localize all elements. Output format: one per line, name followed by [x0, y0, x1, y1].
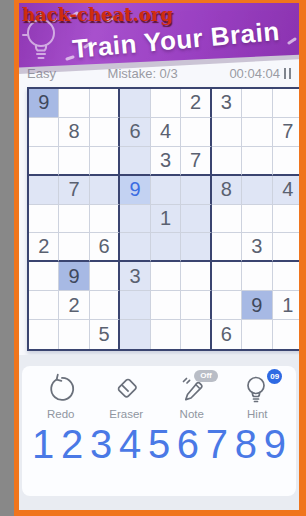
cell-r8c4[interactable] — [120, 291, 150, 320]
cell-r7c5[interactable] — [151, 262, 181, 291]
cell-r5c4[interactable] — [120, 205, 150, 234]
cell-r3c5[interactable]: 3 — [151, 147, 181, 176]
cell-r9c6[interactable] — [181, 320, 211, 349]
cell-r2c5[interactable]: 4 — [151, 118, 181, 147]
cell-r8c1[interactable] — [29, 291, 59, 320]
cell-r8c7[interactable] — [212, 291, 242, 320]
cell-r5c6[interactable] — [181, 205, 211, 234]
cell-r9c5[interactable] — [151, 320, 181, 349]
controls-card: Redo Eraser — [22, 366, 296, 496]
cell-r4c3[interactable] — [90, 176, 120, 205]
cell-r2c6[interactable] — [181, 118, 211, 147]
redo-label: Redo — [47, 408, 75, 420]
cell-r6c5[interactable] — [151, 233, 181, 262]
timer: 00:04:04 — [229, 66, 291, 81]
cell-r4c5[interactable] — [151, 176, 181, 205]
cell-r9c7[interactable]: 6 — [212, 320, 242, 349]
numpad-8[interactable]: 8 — [235, 422, 257, 467]
cell-r9c9[interactable] — [273, 320, 303, 349]
cell-r3c4[interactable] — [120, 147, 150, 176]
cell-r9c2[interactable] — [59, 320, 89, 349]
cell-r7c1[interactable] — [29, 262, 59, 291]
cell-r9c1[interactable] — [29, 320, 59, 349]
sudoku-grid: 923864737798412639329156 — [27, 87, 305, 351]
numpad-2[interactable]: 2 — [61, 422, 83, 467]
redo-icon — [44, 373, 78, 405]
cell-r7c2[interactable]: 9 — [59, 262, 89, 291]
cell-r1c7[interactable]: 3 — [212, 89, 242, 118]
cell-r7c9[interactable] — [273, 262, 303, 291]
eraser-icon — [109, 373, 143, 405]
cell-r3c3[interactable] — [90, 147, 120, 176]
cell-r8c2[interactable]: 2 — [59, 291, 89, 320]
cell-r4c2[interactable]: 7 — [59, 176, 89, 205]
numpad: 123456789 — [22, 420, 296, 467]
cell-r6c7[interactable] — [212, 233, 242, 262]
hint-label: Hint — [247, 408, 267, 420]
cell-r2c7[interactable] — [212, 118, 242, 147]
cell-r5c8[interactable] — [242, 205, 272, 234]
cell-r3c7[interactable] — [212, 147, 242, 176]
numpad-6[interactable]: 6 — [177, 422, 199, 467]
cell-r1c9[interactable] — [273, 89, 303, 118]
cell-r6c2[interactable] — [59, 233, 89, 262]
cell-r3c8[interactable] — [242, 147, 272, 176]
cell-r5c9[interactable] — [273, 205, 303, 234]
toolbar: Redo Eraser — [22, 366, 296, 420]
note-label: Note — [180, 408, 204, 420]
cell-r5c3[interactable] — [90, 205, 120, 234]
cell-r7c8[interactable] — [242, 262, 272, 291]
cell-r7c4[interactable]: 3 — [120, 262, 150, 291]
numpad-7[interactable]: 7 — [206, 422, 228, 467]
app-window: Train Your Brain hack-cheat.org Easy Mis… — [14, 0, 306, 516]
cell-r4c9[interactable]: 4 — [273, 176, 303, 205]
note-off-badge: Off — [194, 370, 218, 382]
hint-button[interactable]: 09 Hint — [229, 373, 285, 420]
cell-r3c6[interactable]: 7 — [181, 147, 211, 176]
cell-r6c9[interactable] — [273, 233, 303, 262]
cell-r8c5[interactable] — [151, 291, 181, 320]
eraser-button[interactable]: Eraser — [98, 373, 154, 420]
cell-r1c1[interactable]: 9 — [29, 89, 59, 118]
cell-r8c6[interactable] — [181, 291, 211, 320]
numpad-5[interactable]: 5 — [148, 422, 170, 467]
cell-r1c2[interactable] — [59, 89, 89, 118]
cell-r6c4[interactable] — [120, 233, 150, 262]
numpad-4[interactable]: 4 — [119, 422, 141, 467]
cell-r5c7[interactable] — [212, 205, 242, 234]
cell-r2c8[interactable] — [242, 118, 272, 147]
watermark: hack-cheat.org — [22, 4, 173, 25]
cell-r4c4[interactable]: 9 — [120, 176, 150, 205]
timer-value: 00:04:04 — [229, 66, 280, 81]
cell-r2c3[interactable] — [90, 118, 120, 147]
cell-r1c6[interactable]: 2 — [181, 89, 211, 118]
cell-r4c6[interactable] — [181, 176, 211, 205]
cell-r4c1[interactable] — [29, 176, 59, 205]
cell-r5c1[interactable] — [29, 205, 59, 234]
redo-button[interactable]: Redo — [33, 373, 89, 420]
cell-r6c1[interactable]: 2 — [29, 233, 59, 262]
cell-r3c1[interactable] — [29, 147, 59, 176]
cell-r3c2[interactable] — [59, 147, 89, 176]
cell-r6c8[interactable]: 3 — [242, 233, 272, 262]
cell-r9c8[interactable] — [242, 320, 272, 349]
cell-r1c5[interactable] — [151, 89, 181, 118]
cell-r1c3[interactable] — [90, 89, 120, 118]
cell-r2c2[interactable]: 8 — [59, 118, 89, 147]
cell-r4c8[interactable] — [242, 176, 272, 205]
hint-count-badge: 09 — [267, 369, 282, 384]
cell-r4c7[interactable]: 8 — [212, 176, 242, 205]
cell-r2c4[interactable]: 6 — [120, 118, 150, 147]
cell-r9c3[interactable]: 5 — [90, 320, 120, 349]
cell-r7c6[interactable] — [181, 262, 211, 291]
cell-r2c1[interactable] — [29, 118, 59, 147]
cell-r6c3[interactable]: 6 — [90, 233, 120, 262]
bottom-panel: Redo Eraser — [19, 355, 299, 510]
eraser-label: Eraser — [109, 408, 143, 420]
note-button[interactable]: Off Note — [164, 373, 220, 420]
cell-r1c4[interactable] — [120, 89, 150, 118]
numpad-1[interactable]: 1 — [32, 422, 54, 467]
cell-r3c9[interactable] — [273, 147, 303, 176]
cell-r8c9[interactable]: 1 — [273, 291, 303, 320]
pause-icon[interactable] — [284, 68, 291, 79]
cell-r5c5[interactable]: 1 — [151, 205, 181, 234]
cell-r9c4[interactable] — [120, 320, 150, 349]
cell-r8c3[interactable] — [90, 291, 120, 320]
cell-r2c9[interactable]: 7 — [273, 118, 303, 147]
cell-r7c7[interactable] — [212, 262, 242, 291]
cell-r7c3[interactable] — [90, 262, 120, 291]
cell-r1c8[interactable] — [242, 89, 272, 118]
cell-r6c6[interactable] — [181, 233, 211, 262]
numpad-9[interactable]: 9 — [264, 422, 286, 467]
numpad-3[interactable]: 3 — [90, 422, 112, 467]
cell-r5c2[interactable] — [59, 205, 89, 234]
cell-r8c8[interactable]: 9 — [242, 291, 272, 320]
